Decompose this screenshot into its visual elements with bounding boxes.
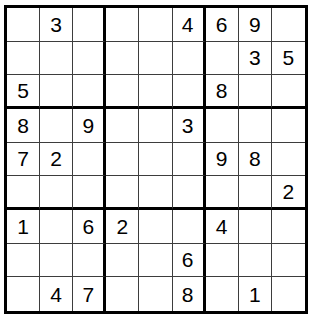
cell-r2c7[interactable] bbox=[206, 42, 239, 76]
cell-r2c9[interactable]: 5 bbox=[272, 42, 305, 76]
cell-r5c3[interactable] bbox=[73, 143, 106, 177]
cell-r4c6[interactable]: 3 bbox=[173, 109, 206, 143]
sudoku-board: 3469355889372982162464781 bbox=[4, 5, 308, 314]
cell-r4c3[interactable]: 9 bbox=[73, 109, 106, 143]
cell-r1c2[interactable]: 3 bbox=[40, 8, 73, 42]
cell-r2c1[interactable] bbox=[7, 42, 40, 76]
cell-r1c4[interactable] bbox=[106, 8, 139, 42]
cell-r8c3[interactable] bbox=[73, 244, 106, 278]
cell-r9c2[interactable]: 4 bbox=[40, 277, 73, 311]
cell-r6c1[interactable] bbox=[7, 176, 40, 210]
cell-r8c2[interactable] bbox=[40, 244, 73, 278]
cell-r4c7[interactable] bbox=[206, 109, 239, 143]
cell-r8c1[interactable] bbox=[7, 244, 40, 278]
cell-r1c3[interactable] bbox=[73, 8, 106, 42]
cell-r2c4[interactable] bbox=[106, 42, 139, 76]
cell-r7c4[interactable]: 2 bbox=[106, 210, 139, 244]
cell-r3c6[interactable] bbox=[173, 75, 206, 109]
cell-r7c1[interactable]: 1 bbox=[7, 210, 40, 244]
cell-r6c8[interactable] bbox=[239, 176, 272, 210]
cell-r7c2[interactable] bbox=[40, 210, 73, 244]
cell-r4c4[interactable] bbox=[106, 109, 139, 143]
cell-r7c3[interactable]: 6 bbox=[73, 210, 106, 244]
cell-r3c8[interactable] bbox=[239, 75, 272, 109]
cell-r5c6[interactable] bbox=[173, 143, 206, 177]
cell-r6c7[interactable] bbox=[206, 176, 239, 210]
cell-r3c2[interactable] bbox=[40, 75, 73, 109]
cell-r9c1[interactable] bbox=[7, 277, 40, 311]
cell-r5c4[interactable] bbox=[106, 143, 139, 177]
cell-r2c8[interactable]: 3 bbox=[239, 42, 272, 76]
cell-r3c7[interactable]: 8 bbox=[206, 75, 239, 109]
cell-r5c7[interactable]: 9 bbox=[206, 143, 239, 177]
cell-r7c8[interactable] bbox=[239, 210, 272, 244]
cell-r8c8[interactable] bbox=[239, 244, 272, 278]
cell-r5c8[interactable]: 8 bbox=[239, 143, 272, 177]
cell-r8c6[interactable]: 6 bbox=[173, 244, 206, 278]
cell-r7c9[interactable] bbox=[272, 210, 305, 244]
cell-r8c9[interactable] bbox=[272, 244, 305, 278]
cell-r4c5[interactable] bbox=[139, 109, 172, 143]
cell-r5c9[interactable] bbox=[272, 143, 305, 177]
cell-r9c9[interactable] bbox=[272, 277, 305, 311]
cell-r8c5[interactable] bbox=[139, 244, 172, 278]
cell-r2c2[interactable] bbox=[40, 42, 73, 76]
cell-r9c8[interactable]: 1 bbox=[239, 277, 272, 311]
cell-r7c7[interactable]: 4 bbox=[206, 210, 239, 244]
cell-r6c5[interactable] bbox=[139, 176, 172, 210]
cell-r7c6[interactable] bbox=[173, 210, 206, 244]
cell-r3c9[interactable] bbox=[272, 75, 305, 109]
cell-r2c5[interactable] bbox=[139, 42, 172, 76]
cell-r1c6[interactable]: 4 bbox=[173, 8, 206, 42]
cell-r4c1[interactable]: 8 bbox=[7, 109, 40, 143]
cell-r5c1[interactable]: 7 bbox=[7, 143, 40, 177]
cell-r3c1[interactable]: 5 bbox=[7, 75, 40, 109]
cell-r9c4[interactable] bbox=[106, 277, 139, 311]
cell-r5c5[interactable] bbox=[139, 143, 172, 177]
cell-r3c4[interactable] bbox=[106, 75, 139, 109]
cell-r4c8[interactable] bbox=[239, 109, 272, 143]
cell-r6c4[interactable] bbox=[106, 176, 139, 210]
cell-r5c2[interactable]: 2 bbox=[40, 143, 73, 177]
cell-r2c3[interactable] bbox=[73, 42, 106, 76]
cell-r1c7[interactable]: 6 bbox=[206, 8, 239, 42]
cell-r6c6[interactable] bbox=[173, 176, 206, 210]
cell-r9c6[interactable]: 8 bbox=[173, 277, 206, 311]
cell-r2c6[interactable] bbox=[173, 42, 206, 76]
cell-r4c2[interactable] bbox=[40, 109, 73, 143]
cell-r3c3[interactable] bbox=[73, 75, 106, 109]
cell-r6c3[interactable] bbox=[73, 176, 106, 210]
cell-r9c5[interactable] bbox=[139, 277, 172, 311]
cell-r9c3[interactable]: 7 bbox=[73, 277, 106, 311]
cell-r1c1[interactable] bbox=[7, 8, 40, 42]
cell-r3c5[interactable] bbox=[139, 75, 172, 109]
cell-r1c8[interactable]: 9 bbox=[239, 8, 272, 42]
cell-r6c9[interactable]: 2 bbox=[272, 176, 305, 210]
cell-r9c7[interactable] bbox=[206, 277, 239, 311]
cell-r8c7[interactable] bbox=[206, 244, 239, 278]
cell-r1c5[interactable] bbox=[139, 8, 172, 42]
cell-r7c5[interactable] bbox=[139, 210, 172, 244]
cell-r4c9[interactable] bbox=[272, 109, 305, 143]
cell-r6c2[interactable] bbox=[40, 176, 73, 210]
cell-r8c4[interactable] bbox=[106, 244, 139, 278]
cell-r1c9[interactable] bbox=[272, 8, 305, 42]
